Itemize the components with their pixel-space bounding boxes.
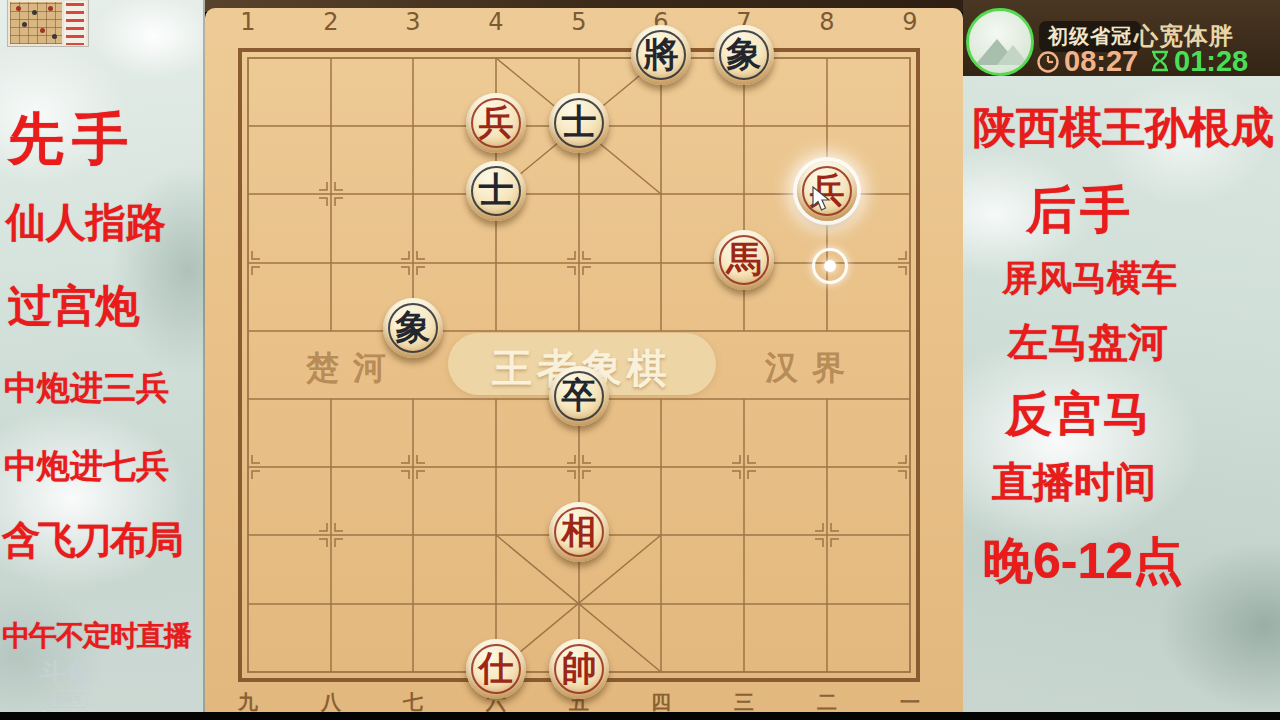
black-general-glyph: 將 <box>631 24 691 84</box>
hourglass-icon <box>1148 49 1172 73</box>
mini-board-thumbnail <box>8 0 88 46</box>
file-label-bottom-2: 八 <box>317 690 345 714</box>
streamer-avatar[interactable] <box>966 8 1034 76</box>
total-time: 08:27 <box>1064 45 1138 78</box>
left-slogan-6: 含飞刀布局 <box>2 519 182 562</box>
file-label-top-5: 5 <box>565 8 593 36</box>
mouse-cursor <box>812 186 834 212</box>
file-label-top-4: 4 <box>482 8 510 36</box>
red-advisor-glyph: 仕 <box>466 638 526 698</box>
red-general[interactable]: 帥 <box>549 639 609 699</box>
mini-board-image <box>10 2 62 44</box>
right-slogan-2: 后手 <box>1026 182 1134 238</box>
black-elephant[interactable]: 象 <box>714 25 774 85</box>
black-elephant[interactable]: 象 <box>383 298 443 358</box>
file-label-top-2: 2 <box>317 8 345 36</box>
red-elephant-glyph: 相 <box>549 501 609 561</box>
right-slogan-5: 反宫马 <box>1005 388 1152 441</box>
file-label-top-8: 8 <box>813 8 841 36</box>
file-label-bottom-1: 九 <box>234 690 262 714</box>
black-soldier-glyph: 卒 <box>549 365 609 425</box>
black-general[interactable]: 將 <box>631 25 691 85</box>
red-horse[interactable]: 馬 <box>714 230 774 290</box>
douyu-logo: 斗鱼 <box>40 656 150 689</box>
red-general-glyph: 帥 <box>549 638 609 698</box>
right-slogan-3: 屏风马横车 <box>1002 258 1177 297</box>
river-label-right: 汉界 <box>765 346 859 391</box>
left-slogan-3: 过宫炮 <box>8 281 140 330</box>
black-advisor[interactable]: 士 <box>549 93 609 153</box>
black-advisor-glyph: 士 <box>466 160 526 220</box>
left-slogan-panel: 先手仙人指路过宫炮中炮进三兵中炮进七兵含飞刀布局中午不定时直播 斗鱼 房间号 2… <box>0 0 205 712</box>
left-slogan-5: 中炮进七兵 <box>4 448 169 485</box>
file-label-bottom-9: 一 <box>896 690 924 714</box>
red-soldier[interactable]: 兵 <box>466 93 526 153</box>
black-elephant-glyph: 象 <box>383 297 443 357</box>
douyu-watermark-bottom: 斗鱼 房间号 2293920 <box>40 656 150 712</box>
left-slogan-1: 先手 <box>8 108 136 171</box>
left-slogan-4: 中炮进三兵 <box>4 370 169 407</box>
room-label: 房间号 <box>50 693 87 708</box>
panel-board-divider <box>203 0 205 712</box>
move-time: 01:28 <box>1174 45 1248 78</box>
black-soldier[interactable]: 卒 <box>549 366 609 426</box>
red-advisor[interactable]: 仕 <box>466 639 526 699</box>
black-advisor-glyph: 士 <box>549 92 609 152</box>
file-label-top-9: 9 <box>896 8 924 36</box>
mountain-icon <box>997 45 1029 65</box>
right-slogan-7: 晚6-12点 <box>983 533 1183 589</box>
file-label-bottom-3: 七 <box>399 690 427 714</box>
mini-text-strip <box>64 1 86 45</box>
black-elephant-glyph: 象 <box>714 24 774 84</box>
file-label-bottom-7: 三 <box>730 690 758 714</box>
right-slogan-1: 陕西棋王孙根成 <box>973 103 1274 151</box>
letterbox-bar <box>0 712 1280 720</box>
file-label-bottom-6: 四 <box>647 690 675 714</box>
black-advisor[interactable]: 士 <box>466 161 526 221</box>
clock-icon <box>1035 48 1061 74</box>
right-slogan-4: 左马盘河 <box>1008 320 1168 365</box>
last-move-origin-marker <box>812 248 848 284</box>
left-slogan-2: 仙人指路 <box>6 200 166 245</box>
streamer-info-bar: 初级省冠 心宽体胖 08:27 01:28 <box>963 0 1280 76</box>
left-slogan-7: 中午不定时直播 <box>2 620 191 651</box>
red-horse-glyph: 馬 <box>714 229 774 289</box>
xiangqi-board[interactable]: 123456789 九八七六五四三二一 楚河 汉界 王者象棋 將象兵士士兵馬象卒… <box>205 8 963 712</box>
file-label-bottom-8: 二 <box>813 690 841 714</box>
right-slogan-6: 直播时间 <box>992 460 1156 506</box>
file-label-top-1: 1 <box>234 8 262 36</box>
right-slogan-panel: 初级省冠 心宽体胖 08:27 01:28 斗鱼 房间号 2293920 陕西棋… <box>963 0 1280 712</box>
file-label-top-3: 3 <box>399 8 427 36</box>
red-soldier-glyph: 兵 <box>466 92 526 152</box>
red-elephant[interactable]: 相 <box>549 502 609 562</box>
